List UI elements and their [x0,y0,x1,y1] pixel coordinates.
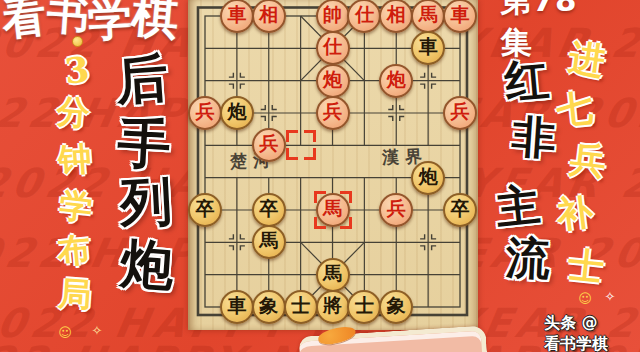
piece-glyph: 兵 [387,196,406,222]
piece-glyph: 相 [259,2,278,28]
piece-glyph: 仕 [355,2,374,28]
piece-red-advisor[interactable]: 仕 [316,31,350,65]
piece-glyph: 兵 [259,131,278,157]
smiley-icon: ☺ [578,291,592,306]
leftBlack-char: 后 [114,43,171,116]
piece-glyph: 馬 [259,228,278,254]
piece-glyph: 仕 [323,34,342,60]
piece-black-general[interactable]: 將 [316,290,350,324]
piece-black-cannon[interactable]: 炮 [411,161,445,195]
piece-glyph: 兵 [323,99,342,125]
leftYellow-char: 布 [56,227,93,275]
rightYellow-char: 兵 [567,134,609,187]
piece-glyph: 炮 [227,99,246,125]
episode-badge: 第78集 [501,0,594,64]
piece-black-soldier[interactable]: 卒 [188,193,222,227]
rightBlack-char: 非 [510,107,558,169]
piece-glyph: 馬 [323,196,342,222]
piece-glyph: 馬 [323,261,342,287]
piece-glyph: 帥 [323,2,342,28]
leftYellow-char: 3 [63,48,92,91]
piece-red-chariot[interactable]: 車 [220,0,254,33]
piece-glyph: 車 [451,2,470,28]
rightBlack-char: 流 [504,228,551,289]
piece-glyph: 將 [323,293,342,319]
piece-glyph: 象 [259,293,278,319]
piece-glyph: 車 [419,34,438,60]
piece-red-cannon[interactable]: 炮 [316,64,350,98]
piece-red-chariot[interactable]: 車 [443,0,477,33]
piece-red-horse[interactable]: 馬 [316,193,350,227]
piece-red-cannon[interactable]: 炮 [379,64,413,98]
piece-glyph: 炮 [419,164,438,190]
piece-black-elephant[interactable]: 象 [379,290,413,324]
piece-glyph: 兵 [196,99,215,125]
piece-glyph: 車 [227,2,246,28]
rightYellow-char: 七 [555,84,596,136]
piece-red-soldier[interactable]: 兵 [316,96,350,130]
piece-black-cannon[interactable]: 炮 [220,96,254,130]
piece-red-general[interactable]: 帥 [316,0,350,33]
piece-glyph: 卒 [259,196,278,222]
piece-red-soldier[interactable]: 兵 [379,193,413,227]
piece-glyph: 象 [387,293,406,319]
piece-glyph: 士 [355,293,374,319]
leftYellow-char: 局 [57,271,93,318]
coin-icon [72,36,83,47]
video-cover: 2022 HAPPY NEW YEAR 2022 HAPPY NEW YEAR … [0,0,640,352]
piece-glyph: 炮 [387,67,406,93]
sparkle-icon: ✧ [92,323,103,338]
leftYellow-char: 钟 [57,136,93,183]
leftYellow-char: 分 [55,89,92,137]
piece-glyph: 車 [227,293,246,319]
rightYellow-char: 补 [554,187,596,240]
author-handle: 头条 @看书学棋 [544,313,608,352]
piece-glyph: 士 [291,293,310,319]
brand-char: 看 [0,0,49,50]
piece-red-soldier[interactable]: 兵 [443,96,477,130]
piece-black-advisor[interactable]: 士 [284,290,318,324]
piece-glyph: 馬 [419,2,438,28]
leftYellow-char: 学 [57,183,95,231]
brand-char: 书 [45,0,91,44]
brand-char: 棋 [129,0,181,50]
piece-glyph: 卒 [196,196,215,222]
piece-glyph: 兵 [451,99,470,125]
smiley-icon: ☺ [58,325,72,340]
sparkle-icon: ✧ [605,289,616,304]
piece-black-elephant[interactable]: 象 [252,290,286,324]
leftBlack-char: 炮 [118,228,176,304]
rightYellow-char: 士 [566,241,607,293]
brand-char: 学 [86,0,133,51]
piece-black-horse[interactable]: 馬 [252,225,286,259]
piece-black-chariot[interactable]: 車 [220,290,254,324]
piece-glyph: 卒 [451,196,470,222]
piece-black-horse[interactable]: 馬 [316,258,350,292]
piece-red-soldier[interactable]: 兵 [252,128,286,162]
piece-glyph: 炮 [323,67,342,93]
piece-black-soldier[interactable]: 卒 [443,193,477,227]
piece-glyph: 相 [387,2,406,28]
piece-black-soldier[interactable]: 卒 [252,193,286,227]
piece-red-elephant[interactable]: 相 [252,0,286,33]
piece-red-soldier[interactable]: 兵 [188,96,222,130]
